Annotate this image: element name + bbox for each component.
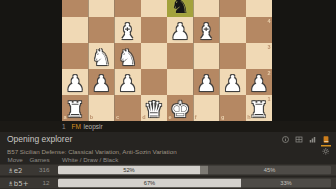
square-d4[interactable] <box>141 17 167 43</box>
file-label-g: g <box>221 115 224 121</box>
square-a2[interactable]: ♟ <box>62 69 88 95</box>
black-wins-segment: 45% <box>208 166 331 175</box>
square-h4[interactable]: 4 <box>246 17 272 43</box>
opening-explorer-panel: Opening explorer <box>0 132 336 189</box>
square-c4[interactable]: ♝ <box>115 17 141 43</box>
file-label-f: f <box>195 115 197 121</box>
explorer-column-headers: Move Games White / Draw / Black <box>0 156 336 165</box>
square-c5[interactable] <box>115 0 141 17</box>
column-result: White / Draw / Black <box>57 157 118 164</box>
white-knight[interactable]: ♞ <box>118 46 138 68</box>
square-e5[interactable]: ♞ <box>167 0 193 17</box>
square-g4[interactable] <box>220 17 246 43</box>
player-title: FM <box>72 123 81 131</box>
player-bar: 1 FM leopsir <box>0 121 336 132</box>
square-b2[interactable]: ♟ <box>88 69 114 95</box>
square-f4[interactable]: ♝ <box>193 17 219 43</box>
square-b1[interactable]: b <box>88 95 114 121</box>
book-icon[interactable] <box>322 136 330 144</box>
white-king[interactable]: ♚ <box>170 98 190 120</box>
square-b5[interactable] <box>88 0 114 17</box>
square-b4[interactable] <box>88 17 114 43</box>
white-pawn[interactable]: ♟ <box>65 72 85 94</box>
square-g1[interactable]: g <box>220 95 246 121</box>
games-count: 12 <box>30 180 50 187</box>
rank-label-2: 2 <box>267 70 270 76</box>
square-f3[interactable] <box>193 43 219 69</box>
file-label-a: a <box>64 115 67 121</box>
white-knight[interactable]: ♞ <box>92 46 112 68</box>
explorer-title: Opening explorer <box>7 135 282 145</box>
square-f1[interactable]: f <box>193 95 219 121</box>
square-e3[interactable] <box>167 43 193 69</box>
square-d5[interactable] <box>141 0 167 17</box>
player-score: 1 <box>62 123 66 131</box>
file-label-c: c <box>116 115 119 121</box>
column-games: Games <box>30 157 58 164</box>
square-h3[interactable]: 3 <box>246 43 272 69</box>
white-bishop[interactable]: ♝ <box>118 20 138 42</box>
file-label-b: b <box>90 115 93 121</box>
chart-icon[interactable] <box>309 136 317 144</box>
square-d2[interactable] <box>141 69 167 95</box>
explorer-move-row[interactable]: ♗e2 316 52% 45% <box>0 165 336 176</box>
square-b3[interactable]: ♞ <box>88 43 114 69</box>
square-g5[interactable] <box>220 0 246 17</box>
square-d3[interactable] <box>141 43 167 69</box>
white-queen[interactable]: ♛ <box>144 98 164 120</box>
square-g3[interactable] <box>220 43 246 69</box>
square-h2[interactable]: ♟2 <box>246 69 272 95</box>
white-bishop[interactable]: ♝ <box>197 20 217 42</box>
opening-name: B57 Sicilian Defense: Classical Variatio… <box>7 148 177 155</box>
rank-label-3: 3 <box>267 44 270 50</box>
black-wins-segment: 33% <box>241 179 331 188</box>
white-wins-segment: 52% <box>58 166 200 175</box>
opening-name-row: B57 Sicilian Defense: Classical Variatio… <box>0 147 336 156</box>
column-move: Move <box>0 157 30 164</box>
square-d1[interactable]: ♛d <box>141 95 167 121</box>
black-knight[interactable]: ♞ <box>170 0 190 16</box>
result-bar: 52% 45% <box>58 166 331 175</box>
rank-label-4: 4 <box>267 18 270 24</box>
square-g2[interactable]: ♟ <box>220 69 246 95</box>
chess-board[interactable]: ♞♝♟♝4♞♞3♟♟♟♟♟♟2♜abc♛d♚efg♜1h <box>62 0 272 121</box>
white-pawn[interactable]: ♟ <box>223 72 243 94</box>
move-label: ♗e2 <box>0 166 30 174</box>
white-pawn[interactable]: ♟ <box>197 72 217 94</box>
explorer-header: Opening explorer <box>0 132 336 147</box>
table-icon[interactable] <box>295 136 303 144</box>
white-rook[interactable]: ♜ <box>249 98 269 120</box>
square-e4[interactable]: ♟ <box>167 17 193 43</box>
file-label-d: d <box>142 115 145 121</box>
square-a3[interactable] <box>62 43 88 69</box>
square-c3[interactable]: ♞ <box>115 43 141 69</box>
draws-segment <box>200 166 208 175</box>
file-label-e: e <box>169 115 172 121</box>
white-rook[interactable]: ♜ <box>65 98 85 120</box>
square-c2[interactable]: ♟ <box>115 69 141 95</box>
square-a5[interactable] <box>62 0 88 17</box>
square-e2[interactable] <box>167 69 193 95</box>
square-a1[interactable]: ♜a <box>62 95 88 121</box>
rank-label-1: 1 <box>267 96 270 102</box>
white-pawn[interactable]: ♟ <box>118 72 138 94</box>
explorer-move-row[interactable]: ♗b5+ 12 67% 33% <box>0 178 336 189</box>
square-h5[interactable] <box>246 0 272 17</box>
square-e1[interactable]: ♚e <box>167 95 193 121</box>
games-count: 316 <box>30 167 50 174</box>
player-name[interactable]: leopsir <box>84 123 103 131</box>
gear-icon[interactable] <box>322 147 330 155</box>
square-h1[interactable]: ♜1h <box>246 95 272 121</box>
analysis-screen: ♞♝♟♝4♞♞3♟♟♟♟♟♟2♜abc♛d♚efg♜1h 1 FM leopsi… <box>0 0 336 189</box>
white-pawn[interactable]: ♟ <box>249 72 269 94</box>
info-icon[interactable] <box>282 136 290 144</box>
white-wins-segment: 67% <box>58 179 241 188</box>
square-f2[interactable]: ♟ <box>193 69 219 95</box>
white-pawn[interactable]: ♟ <box>92 72 112 94</box>
square-c1[interactable]: c <box>115 95 141 121</box>
square-f5[interactable] <box>193 0 219 17</box>
move-label: ♗b5+ <box>0 179 30 187</box>
square-a4[interactable] <box>62 17 88 43</box>
file-label-h: h <box>247 115 250 121</box>
result-bar: 67% 33% <box>58 179 331 188</box>
white-pawn[interactable]: ♟ <box>170 20 190 42</box>
